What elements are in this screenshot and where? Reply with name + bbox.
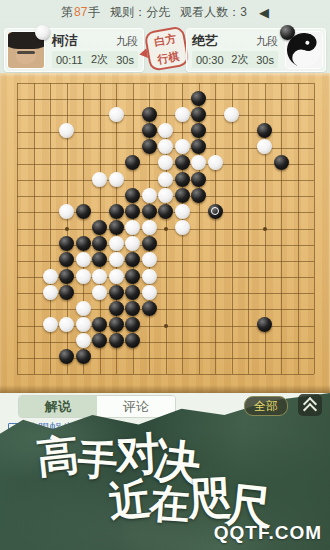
player-rank-white: 九段 xyxy=(116,34,138,49)
white-stone xyxy=(92,269,107,284)
white-stone xyxy=(109,107,124,122)
black-stone xyxy=(109,204,124,219)
black-stone xyxy=(274,155,289,170)
clock-white: 00:11 2次 30s xyxy=(52,51,138,68)
player-name-black: 绝艺 xyxy=(192,32,218,50)
bottom-panel: 解说 评论 傻眼蜗牛(5段 高手对决 近在咫尺 QQTF.COM 全部 xyxy=(0,393,330,550)
grid-line xyxy=(232,83,233,374)
site-watermark: QQTF.COM xyxy=(214,522,322,544)
white-stone xyxy=(59,317,74,332)
white-stone xyxy=(175,139,190,154)
white-stone xyxy=(92,172,107,187)
black-stone xyxy=(109,333,124,348)
black-stone xyxy=(59,285,74,300)
white-stone xyxy=(158,123,173,138)
byoyomi-periods-black: 2次 xyxy=(231,52,248,67)
white-stone xyxy=(43,317,58,332)
black-stone xyxy=(76,349,91,364)
black-stone xyxy=(191,107,206,122)
white-stone xyxy=(109,172,124,187)
player-rank-black: 九段 xyxy=(256,34,278,49)
black-stone xyxy=(125,285,140,300)
black-stone xyxy=(257,123,272,138)
star-point xyxy=(164,227,168,231)
white-stone-icon xyxy=(35,25,50,40)
white-stone xyxy=(142,252,157,267)
byoyomi-seconds-white: 30s xyxy=(116,54,134,66)
go-board[interactable] xyxy=(0,73,330,393)
black-stone xyxy=(208,204,223,219)
black-stone xyxy=(92,220,107,235)
black-stone xyxy=(76,204,91,219)
black-stone xyxy=(142,123,157,138)
main-time-white: 00:11 xyxy=(56,54,83,66)
white-stone xyxy=(142,188,157,203)
black-stone xyxy=(175,155,190,170)
black-stone xyxy=(59,252,74,267)
white-stone xyxy=(191,155,206,170)
white-stone xyxy=(142,220,157,235)
black-stone xyxy=(191,91,206,106)
white-stone xyxy=(109,269,124,284)
black-stone-icon xyxy=(280,25,295,40)
player-panel-white: 柯洁 九段 00:11 2次 30s xyxy=(4,28,144,72)
grid-line xyxy=(281,83,282,374)
black-stone xyxy=(125,204,140,219)
white-stone xyxy=(109,252,124,267)
white-stone xyxy=(109,236,124,251)
white-stone xyxy=(158,155,173,170)
player-name-white: 柯洁 xyxy=(52,32,78,50)
black-stone xyxy=(125,317,140,332)
white-stone xyxy=(125,236,140,251)
grid-line xyxy=(248,83,249,374)
white-stone xyxy=(43,285,58,300)
grid-line xyxy=(17,342,314,343)
black-stone xyxy=(59,349,74,364)
white-stone xyxy=(175,107,190,122)
black-stone xyxy=(92,333,107,348)
black-stone xyxy=(59,269,74,284)
white-stone xyxy=(125,220,140,235)
black-stone xyxy=(125,301,140,316)
white-stone xyxy=(158,139,173,154)
white-stone xyxy=(76,269,91,284)
black-stone xyxy=(109,220,124,235)
black-stone xyxy=(92,317,107,332)
move-counter: 第87手 xyxy=(61,4,100,21)
avatar-jueyi[interactable] xyxy=(285,31,323,69)
black-stone xyxy=(175,188,190,203)
white-stone xyxy=(59,204,74,219)
white-stone xyxy=(59,123,74,138)
star-point xyxy=(263,227,267,231)
white-stone xyxy=(175,204,190,219)
black-stone xyxy=(142,107,157,122)
black-stone xyxy=(59,236,74,251)
grid-line xyxy=(17,309,314,310)
star-point xyxy=(164,324,168,328)
last-move-marker xyxy=(211,207,219,215)
white-stone xyxy=(175,220,190,235)
black-stone xyxy=(158,204,173,219)
main-time-black: 00:30 xyxy=(196,54,224,66)
player-panel-black: 绝艺 九段 00:30 2次 30s xyxy=(186,28,326,72)
white-stone xyxy=(158,172,173,187)
black-stone xyxy=(142,139,157,154)
player-bar: 柯洁 九段 00:11 2次 30s 白方 行棋 xyxy=(0,24,330,73)
banner-line1: 高手对决 xyxy=(38,437,198,477)
grid-line xyxy=(215,83,216,374)
black-stone xyxy=(191,123,206,138)
white-stone xyxy=(158,188,173,203)
tab-commentary[interactable]: 解说 xyxy=(19,396,97,417)
white-stone xyxy=(208,155,223,170)
white-stone xyxy=(76,252,91,267)
white-stone xyxy=(76,301,91,316)
board-edge-shadow xyxy=(0,385,330,393)
black-stone xyxy=(142,236,157,251)
viewers-label: 观看人数：3 xyxy=(180,4,247,21)
avatar-kejie[interactable] xyxy=(7,31,45,69)
black-stone xyxy=(191,172,206,187)
white-stone xyxy=(92,285,107,300)
white-stone xyxy=(224,107,239,122)
black-stone xyxy=(142,301,157,316)
white-stone xyxy=(142,269,157,284)
rules-label: 规则：分先 xyxy=(110,4,170,21)
collapse-arrow-icon[interactable]: ◀ xyxy=(259,5,269,20)
white-stone xyxy=(43,269,58,284)
all-filter-button[interactable]: 全部 xyxy=(244,396,288,416)
go-app: 第87手 规则：分先 观看人数：3 ◀ 柯洁 九段 00:11 2次 3 xyxy=(0,0,330,550)
white-stone xyxy=(257,139,272,154)
black-stone xyxy=(109,301,124,316)
black-stone xyxy=(125,155,140,170)
top-status-bar: 第87手 规则：分先 观看人数：3 ◀ xyxy=(0,0,330,24)
black-stone xyxy=(92,252,107,267)
tab-comments[interactable]: 评论 xyxy=(97,396,175,417)
white-stone xyxy=(76,333,91,348)
black-stone xyxy=(125,252,140,267)
black-stone xyxy=(125,269,140,284)
byoyomi-periods-white: 2次 xyxy=(91,52,108,67)
black-stone xyxy=(142,204,157,219)
byoyomi-seconds-black: 30s xyxy=(256,54,274,66)
turn-indicator-seal: 白方 行棋 xyxy=(138,25,193,75)
black-stone xyxy=(125,333,140,348)
tab-bar: 解说 评论 xyxy=(18,395,176,418)
black-stone xyxy=(191,188,206,203)
black-stone xyxy=(76,236,91,251)
white-stone xyxy=(76,317,91,332)
grid-line xyxy=(17,374,314,375)
banner-line2: 近在咫尺 xyxy=(110,481,270,521)
black-stone xyxy=(92,236,107,251)
black-stone xyxy=(125,188,140,203)
black-stone xyxy=(175,172,190,187)
clock-black: 00:30 2次 30s xyxy=(192,51,278,68)
star-point xyxy=(65,227,69,231)
black-stone xyxy=(191,139,206,154)
black-stone xyxy=(109,285,124,300)
black-stone xyxy=(109,317,124,332)
black-stone xyxy=(257,317,272,332)
chevron-up-icon[interactable] xyxy=(298,394,322,416)
white-stone xyxy=(142,285,157,300)
grid-line xyxy=(298,83,299,374)
grid-line xyxy=(314,83,315,374)
move-number: 87 xyxy=(74,5,87,19)
